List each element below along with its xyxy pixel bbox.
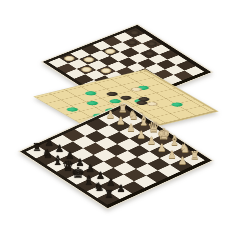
counter-disc-green[interactable] bbox=[170, 102, 185, 108]
counter-disc-green[interactable] bbox=[108, 98, 123, 104]
counter-disc-black[interactable] bbox=[105, 91, 120, 97]
product-photo-scene: Classic wooden games set product photo: … bbox=[0, 0, 235, 235]
counter-disc-green[interactable] bbox=[85, 101, 100, 107]
counter-disc-green[interactable] bbox=[65, 107, 80, 113]
counter-disc-green[interactable] bbox=[83, 91, 98, 97]
